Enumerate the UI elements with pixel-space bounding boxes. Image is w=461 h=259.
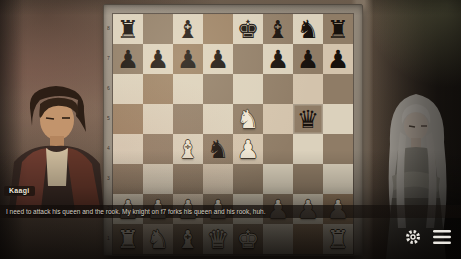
square-c4[interactable]: ♝	[173, 134, 203, 164]
chess-board-frame: 87654321 ♜♝♚♝♞♜♟♟♟♟♟♟♟♞♛♝♞♟♟♟♟♟♟♟♟♜♞♝♛♚♜	[103, 4, 363, 256]
square-c7[interactable]: ♟	[173, 44, 203, 74]
square-e6[interactable]	[233, 74, 263, 104]
square-f3[interactable]	[263, 164, 293, 194]
gear-icon	[403, 227, 423, 247]
neck	[411, 138, 421, 148]
square-e1[interactable]: ♚	[233, 224, 263, 254]
square-c8[interactable]: ♝	[173, 14, 203, 44]
square-d3[interactable]	[203, 164, 233, 194]
piece-black-bishop-f8[interactable]: ♝	[263, 14, 293, 44]
square-b5[interactable]	[143, 104, 173, 134]
square-d4[interactable]: ♞	[203, 134, 233, 164]
piece-white-rook-a1[interactable]: ♜	[113, 224, 143, 254]
square-a6[interactable]	[113, 74, 143, 104]
square-e7[interactable]	[233, 44, 263, 74]
face	[40, 100, 74, 140]
piece-black-pawn-a7[interactable]: ♟	[113, 44, 143, 74]
rank-label-5: 5	[105, 103, 112, 133]
left-eye	[46, 118, 54, 119]
hud-buttons	[402, 226, 453, 248]
rank-label-3: 3	[105, 163, 112, 193]
square-h4[interactable]	[323, 134, 353, 164]
piece-white-knight-e5[interactable]: ♞	[233, 104, 263, 134]
piece-black-rook-h8[interactable]: ♜	[323, 14, 353, 44]
square-e5[interactable]: ♞	[233, 104, 263, 134]
square-a7[interactable]: ♟	[113, 44, 143, 74]
square-h3[interactable]	[323, 164, 353, 194]
square-a4[interactable]	[113, 134, 143, 164]
settings-button[interactable]	[402, 226, 424, 248]
piece-white-bishop-c4[interactable]: ♝	[173, 134, 203, 164]
piece-black-pawn-g7[interactable]: ♟	[293, 44, 323, 74]
square-c1[interactable]: ♝	[173, 224, 203, 254]
square-e4[interactable]: ♟	[233, 134, 263, 164]
piece-black-pawn-d7[interactable]: ♟	[203, 44, 233, 74]
square-b8[interactable]	[143, 14, 173, 44]
face	[404, 112, 428, 140]
hair-front	[39, 98, 78, 118]
hair-back	[30, 86, 86, 132]
bangs	[402, 104, 430, 124]
square-g5[interactable]: ♛	[293, 104, 323, 134]
square-h7[interactable]: ♟	[323, 44, 353, 74]
piece-white-bishop-c1[interactable]: ♝	[173, 224, 203, 254]
rank-label-7: 7	[105, 43, 112, 73]
square-h1[interactable]: ♜	[323, 224, 353, 254]
rank-label-8: 8	[105, 13, 112, 43]
square-e8[interactable]: ♚	[233, 14, 263, 44]
piece-black-queen-g5[interactable]: ♛	[293, 104, 323, 134]
square-c5[interactable]	[173, 104, 203, 134]
square-a8[interactable]: ♜	[113, 14, 143, 44]
piece-black-bishop-c8[interactable]: ♝	[173, 14, 203, 44]
square-h8[interactable]: ♜	[323, 14, 353, 44]
piece-black-pawn-f7[interactable]: ♟	[263, 44, 293, 74]
square-g4[interactable]	[293, 134, 323, 164]
square-b7[interactable]: ♟	[143, 44, 173, 74]
menu-button[interactable]	[431, 226, 453, 248]
square-c6[interactable]	[173, 74, 203, 104]
square-a1[interactable]: ♜	[113, 224, 143, 254]
square-e3[interactable]	[233, 164, 263, 194]
piece-white-queen-d1[interactable]: ♛	[203, 224, 233, 254]
square-f6[interactable]	[263, 74, 293, 104]
square-g3[interactable]	[293, 164, 323, 194]
square-h6[interactable]	[323, 74, 353, 104]
piece-black-pawn-h7[interactable]: ♟	[323, 44, 353, 74]
square-a3[interactable]	[113, 164, 143, 194]
piece-black-knight-g8[interactable]: ♞	[293, 14, 323, 44]
square-a5[interactable]	[113, 104, 143, 134]
speaker-name-plate: Kaagi	[4, 186, 35, 196]
shirt	[46, 148, 68, 186]
piece-white-rook-h1[interactable]: ♜	[323, 224, 353, 254]
piece-white-knight-b1[interactable]: ♞	[143, 224, 173, 254]
rank-label-6: 6	[105, 73, 112, 103]
piece-black-king-e8[interactable]: ♚	[233, 14, 263, 44]
square-d6[interactable]	[203, 74, 233, 104]
square-b6[interactable]	[143, 74, 173, 104]
rank-label-4: 4	[105, 133, 112, 163]
dress-top	[392, 147, 440, 200]
square-g7[interactable]: ♟	[293, 44, 323, 74]
square-b3[interactable]	[143, 164, 173, 194]
game-screen: 87654321 ♜♝♚♝♞♜♟♟♟♟♟♟♟♞♛♝♞♟♟♟♟♟♟♟♟♜♞♝♛♚♜…	[0, 0, 461, 259]
square-g6[interactable]	[293, 74, 323, 104]
square-f7[interactable]: ♟	[263, 44, 293, 74]
square-f8[interactable]: ♝	[263, 14, 293, 44]
square-f4[interactable]	[263, 134, 293, 164]
piece-white-king-e1[interactable]: ♚	[233, 224, 263, 254]
hamburger-icon	[432, 229, 452, 245]
square-d5[interactable]	[203, 104, 233, 134]
square-h5[interactable]	[323, 104, 353, 134]
piece-black-pawn-c7[interactable]: ♟	[173, 44, 203, 74]
piece-white-pawn-e4[interactable]: ♟	[233, 134, 263, 164]
square-f1[interactable]	[263, 224, 293, 254]
rank-label-1: 1	[105, 223, 112, 253]
piece-black-knight-d4[interactable]: ♞	[203, 134, 233, 164]
crossed-arms	[392, 171, 440, 192]
square-d8[interactable]	[203, 14, 233, 44]
square-d7[interactable]: ♟	[203, 44, 233, 74]
square-f5[interactable]	[263, 104, 293, 134]
chess-board[interactable]: ♜♝♚♝♞♜♟♟♟♟♟♟♟♞♛♝♞♟♟♟♟♟♟♟♟♜♞♝♛♚♜	[112, 13, 354, 255]
square-d1[interactable]: ♛	[203, 224, 233, 254]
square-g1[interactable]	[293, 224, 323, 254]
piece-black-pawn-b7[interactable]: ♟	[143, 44, 173, 74]
square-b1[interactable]: ♞	[143, 224, 173, 254]
dialogue-text-bar: I need to attack his queen and the rook.…	[0, 205, 461, 218]
square-c3[interactable]	[173, 164, 203, 194]
left-eye	[409, 126, 415, 127]
square-b4[interactable]	[143, 134, 173, 164]
piece-black-rook-a8[interactable]: ♜	[113, 14, 143, 44]
neck	[50, 136, 64, 148]
character-portrait-left	[0, 86, 112, 218]
square-g8[interactable]: ♞	[293, 14, 323, 44]
